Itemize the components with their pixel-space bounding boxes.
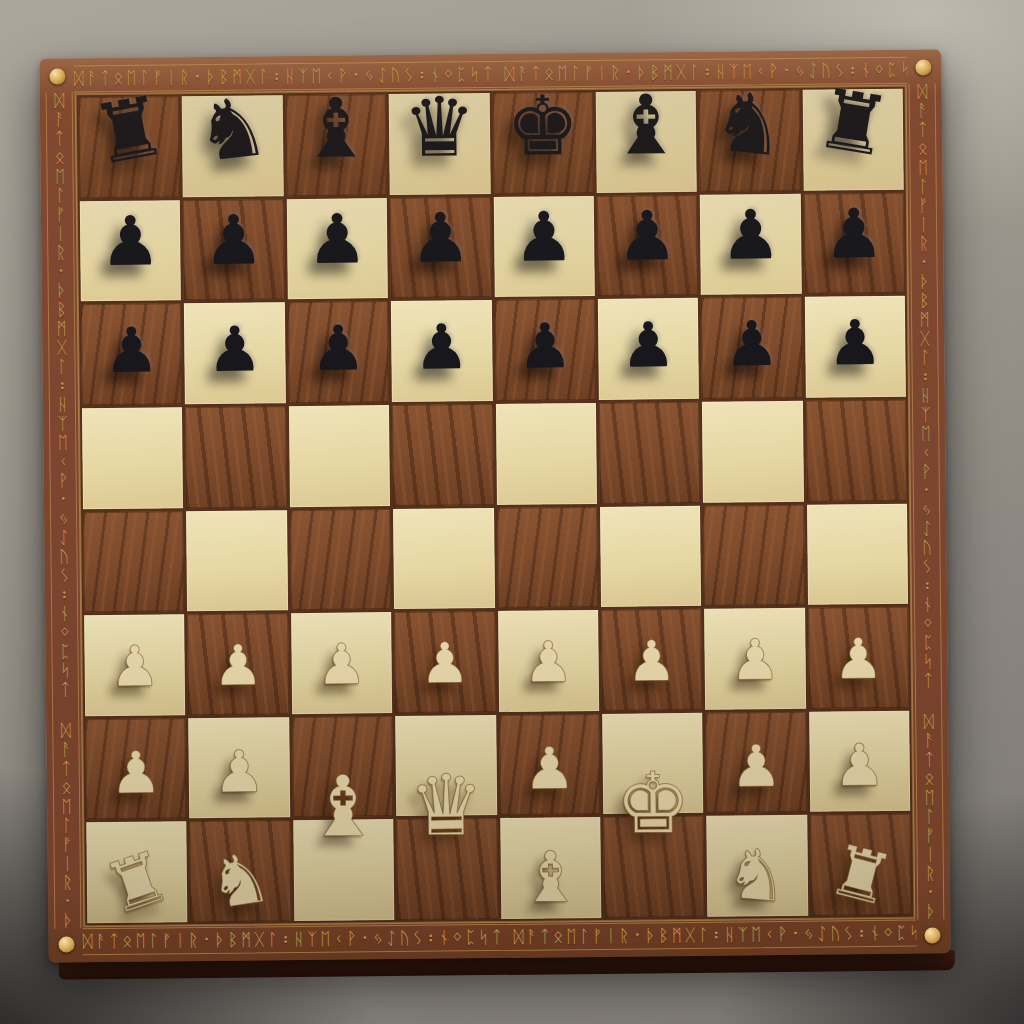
square-h7[interactable]: ♟	[803, 192, 904, 294]
corner-inlay-dot	[924, 927, 940, 943]
square-a4[interactable]	[83, 511, 184, 613]
square-f8[interactable]: ♝	[596, 91, 697, 193]
square-a2[interactable]: ♟	[85, 718, 186, 820]
square-f3[interactable]: ♟	[601, 609, 702, 711]
white-pawn[interactable]: ♟	[84, 616, 185, 718]
square-a1[interactable]: ♜	[86, 822, 187, 924]
square-e5[interactable]	[495, 403, 596, 505]
square-a5[interactable]	[82, 407, 183, 509]
black-king[interactable]: ♚	[492, 76, 593, 178]
black-pawn[interactable]: ♟	[598, 294, 699, 396]
corner-inlay-dot	[49, 68, 65, 84]
square-e8[interactable]: ♚	[492, 92, 593, 194]
square-h8[interactable]: ♜	[802, 89, 903, 191]
square-e6[interactable]: ♟	[494, 299, 595, 401]
board-squares-grid: ♜♞♝♛♚♝♞♜♟♟♟♟♟♟♟♟♟♟♟♟♟♟♟♟♟♟♟♟♟♟♟♟♟♟♝♛♟♚♟♟…	[76, 86, 915, 927]
white-knight[interactable]: ♞	[183, 824, 297, 939]
square-h3[interactable]: ♟	[808, 607, 909, 709]
square-a7[interactable]: ♟	[80, 200, 181, 302]
white-pawn[interactable]: ♟	[601, 611, 702, 713]
black-pawn[interactable]: ♟	[391, 296, 492, 398]
black-rook[interactable]: ♜	[795, 66, 910, 182]
corner-inlay-dot	[915, 59, 931, 75]
square-c7[interactable]: ♟	[287, 198, 388, 300]
black-queen[interactable]: ♛	[389, 77, 490, 179]
white-pawn[interactable]: ♟	[809, 714, 910, 816]
white-rook[interactable]: ♜	[800, 815, 922, 937]
white-pawn[interactable]: ♟	[499, 718, 600, 820]
square-g5[interactable]	[702, 401, 803, 503]
square-f5[interactable]	[599, 402, 700, 504]
white-pawn[interactable]: ♟	[189, 721, 290, 823]
black-bishop[interactable]: ♝	[595, 75, 696, 177]
square-a3[interactable]: ♟	[84, 614, 185, 716]
black-pawn[interactable]: ♟	[597, 185, 698, 287]
white-pawn[interactable]: ♟	[498, 612, 599, 714]
black-bishop[interactable]: ♝	[285, 78, 386, 180]
white-bishop[interactable]: ♝	[500, 826, 601, 928]
black-pawn[interactable]: ♟	[494, 295, 595, 397]
square-d7[interactable]: ♟	[390, 197, 491, 299]
square-f6[interactable]: ♟	[598, 298, 699, 400]
black-pawn[interactable]: ♟	[804, 292, 905, 394]
square-b3[interactable]: ♟	[187, 613, 288, 715]
square-a8[interactable]: ♜	[79, 96, 180, 198]
black-pawn[interactable]: ♟	[700, 184, 801, 286]
square-g6[interactable]: ♟	[701, 297, 802, 399]
black-pawn[interactable]: ♟	[493, 187, 594, 289]
square-g2[interactable]: ♟	[705, 712, 806, 814]
square-c2[interactable]: ♝	[292, 716, 393, 818]
square-d2[interactable]: ♛	[395, 715, 496, 817]
square-d3[interactable]: ♟	[394, 611, 495, 713]
square-b6[interactable]: ♟	[184, 302, 285, 404]
white-pawn[interactable]: ♟	[85, 722, 186, 824]
border-ornament-right: ᛞᚨᛏᛟᛖᛚᚠᛁᚱ᛫ᚦᛒᛗᚷᛚ᛬ᚺᛉᛖᚲᚹ᛫ᛃᛇᚢᛊ᛬ᚾᛜᛈᛋᛏ ᛞᚨᛏᛟᛖᛚᚠ…	[909, 83, 945, 919]
square-b5[interactable]	[185, 406, 286, 508]
white-knight[interactable]: ♞	[703, 821, 812, 931]
black-knight[interactable]: ♞	[177, 74, 288, 185]
square-b7[interactable]: ♟	[183, 199, 284, 301]
square-b8[interactable]: ♞	[182, 95, 283, 197]
square-b1[interactable]: ♞	[190, 821, 291, 923]
square-c5[interactable]	[289, 405, 390, 507]
square-h1[interactable]: ♜	[810, 814, 911, 916]
white-pawn[interactable]: ♟	[705, 716, 806, 818]
square-d4[interactable]	[393, 508, 494, 610]
black-pawn[interactable]: ♟	[701, 293, 802, 395]
white-pawn[interactable]: ♟	[291, 614, 392, 716]
scene-background: ᛞᚨᛏᛟᛖᛚᚠᛁᚱ᛫ᚦᛒᛗᚷᛚ᛬ᚺᛉᛖᚲᚹ᛫ᛃᛇᚢᛊ᛬ᚾᛜᛈᛋᛏ ᛞᚨᛏᛟᛖᛚᚠ…	[0, 0, 1024, 1024]
white-pawn[interactable]: ♟	[394, 613, 495, 715]
white-pawn[interactable]: ♟	[704, 610, 805, 712]
square-g4[interactable]	[703, 504, 804, 606]
square-g1[interactable]: ♞	[707, 815, 808, 917]
square-g7[interactable]: ♟	[700, 193, 801, 295]
square-h2[interactable]: ♟	[809, 710, 910, 812]
square-c3[interactable]: ♟	[291, 612, 392, 714]
black-pawn[interactable]: ♟	[286, 189, 387, 291]
black-knight[interactable]: ♞	[694, 69, 805, 180]
square-b2[interactable]: ♟	[189, 717, 290, 819]
black-pawn[interactable]: ♟	[81, 300, 182, 402]
white-king[interactable]: ♚	[602, 753, 703, 855]
square-e4[interactable]	[497, 506, 598, 608]
white-queen[interactable]: ♛	[396, 755, 497, 857]
white-pawn[interactable]: ♟	[808, 609, 909, 711]
board-frame: ᛞᚨᛏᛟᛖᛚᚠᛁᚱ᛫ᚦᛒᛗᚷᛚ᛬ᚺᛉᛖᚲᚹ᛫ᛃᛇᚢᛊ᛬ᚾᛜᛈᛋᛏ ᛞᚨᛏᛟᛖᛚᚠ…	[39, 49, 950, 962]
square-f2[interactable]: ♚	[602, 713, 703, 815]
corner-inlay-dot	[58, 936, 74, 952]
square-e1[interactable]: ♝	[500, 817, 601, 919]
square-f7[interactable]: ♟	[597, 194, 698, 296]
square-h6[interactable]: ♟	[804, 296, 905, 398]
square-d8[interactable]: ♛	[389, 93, 490, 195]
square-c8[interactable]: ♝	[285, 94, 386, 196]
chess-board: ᛞᚨᛏᛟᛖᛚᚠᛁᚱ᛫ᚦᛒᛗᚷᛚ᛬ᚺᛉᛖᚲᚹ᛫ᛃᛇᚢᛊ᛬ᚾᛜᛈᛋᛏ ᛞᚨᛏᛟᛖᛚᚠ…	[39, 49, 950, 962]
square-f4[interactable]	[600, 505, 701, 607]
black-rook[interactable]: ♜	[71, 72, 188, 189]
square-d6[interactable]: ♟	[391, 300, 492, 402]
black-pawn[interactable]: ♟	[803, 183, 904, 285]
square-c4[interactable]	[290, 509, 391, 611]
white-bishop[interactable]: ♝	[292, 756, 393, 858]
square-c6[interactable]: ♟	[288, 301, 389, 403]
square-e3[interactable]: ♟	[498, 610, 599, 712]
square-h4[interactable]	[807, 503, 908, 605]
black-pawn[interactable]: ♟	[390, 188, 491, 290]
square-h5[interactable]	[806, 400, 907, 502]
square-d5[interactable]	[392, 404, 493, 506]
black-pawn[interactable]: ♟	[183, 190, 284, 292]
square-g8[interactable]: ♞	[699, 90, 800, 192]
square-g3[interactable]: ♟	[704, 608, 805, 710]
black-pawn[interactable]: ♟	[184, 298, 285, 400]
square-e7[interactable]: ♟	[493, 196, 594, 298]
black-pawn[interactable]: ♟	[80, 191, 181, 293]
square-a6[interactable]: ♟	[81, 304, 182, 406]
black-pawn[interactable]: ♟	[288, 297, 389, 399]
square-e2[interactable]: ♟	[499, 714, 600, 816]
white-pawn[interactable]: ♟	[188, 615, 289, 717]
square-b4[interactable]	[186, 510, 287, 612]
